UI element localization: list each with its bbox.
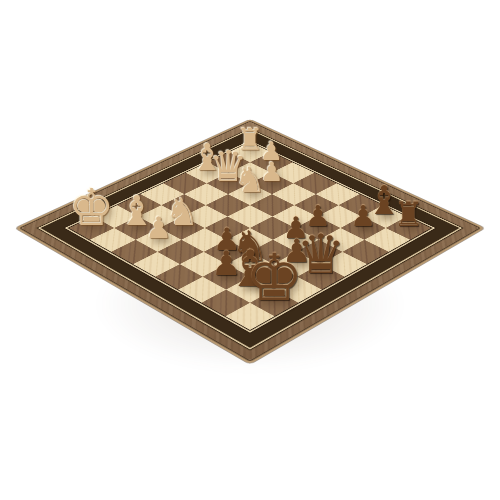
chess-board [21, 122, 479, 361]
board-grid [69, 142, 431, 330]
scene [0, 0, 500, 500]
chess-product-photo: ♚♝♟♞♝♛♞♟♟♜♚♛♜♝♝♞♟♟♟♟♟♟ [0, 0, 500, 500]
